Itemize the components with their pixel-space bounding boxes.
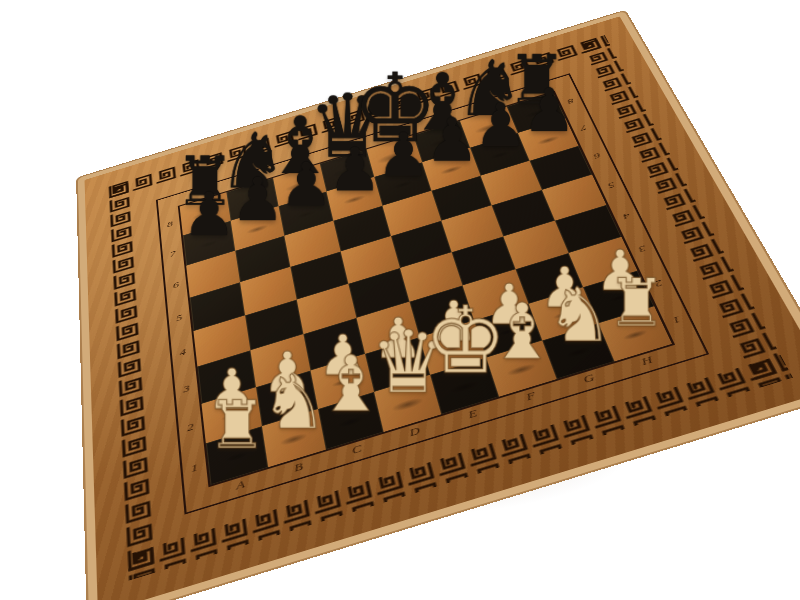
photo-scene: ♜♞♝♛♚♝♞♜♟♟♟♟♟♟♟♟♟♟♟♟♟♟♟♟♜♞♝♛♚♝♞♜ 8877665…: [0, 0, 800, 600]
